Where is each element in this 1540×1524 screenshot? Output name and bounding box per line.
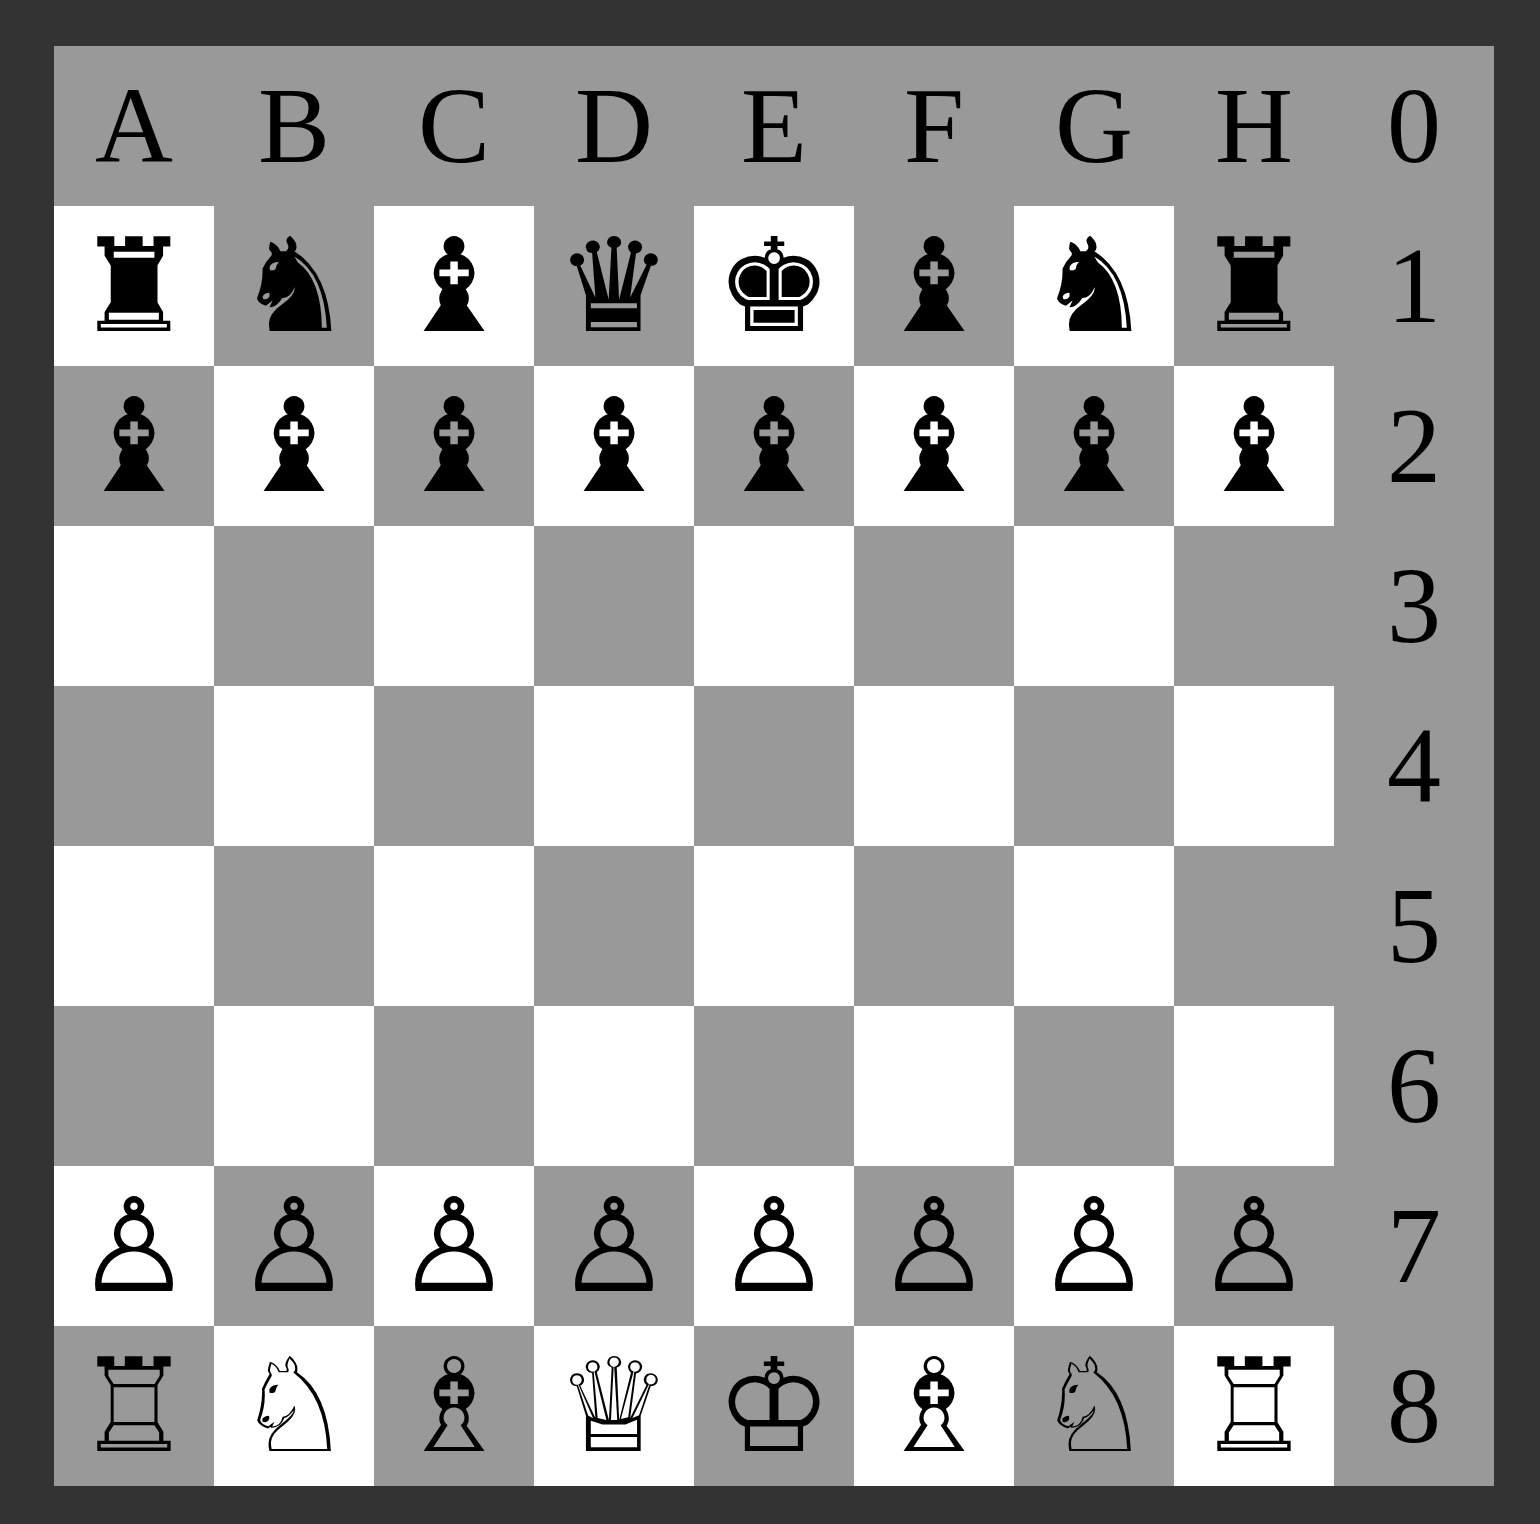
- square-e2[interactable]: ♝: [694, 366, 854, 526]
- square-f1[interactable]: ♝: [854, 206, 1014, 366]
- square-a7[interactable]: ♙: [54, 1166, 214, 1326]
- piece-black-bishop[interactable]: ♝: [716, 366, 833, 526]
- square-a3[interactable]: [54, 526, 214, 686]
- row-label-5: 5: [1334, 846, 1494, 1006]
- square-d5[interactable]: [534, 846, 694, 1006]
- square-h8[interactable]: ♖: [1174, 1326, 1334, 1486]
- piece-black-knight[interactable]: ♞: [236, 206, 353, 366]
- piece-white-knight[interactable]: ♘: [236, 1326, 353, 1486]
- square-h6[interactable]: [1174, 1006, 1334, 1166]
- square-e4[interactable]: [694, 686, 854, 846]
- square-h3[interactable]: [1174, 526, 1334, 686]
- row-label-2: 2: [1334, 366, 1494, 526]
- square-g8[interactable]: ♘: [1014, 1326, 1174, 1486]
- square-a5[interactable]: [54, 846, 214, 1006]
- piece-white-pawn[interactable]: ♙: [1196, 1166, 1313, 1326]
- square-b2[interactable]: ♝: [214, 366, 374, 526]
- piece-black-bishop[interactable]: ♝: [556, 366, 673, 526]
- piece-black-knight[interactable]: ♞: [1036, 206, 1153, 366]
- square-h4[interactable]: [1174, 686, 1334, 846]
- piece-white-pawn[interactable]: ♙: [556, 1166, 673, 1326]
- column-label-e: E: [694, 46, 854, 206]
- square-g7[interactable]: ♙: [1014, 1166, 1174, 1326]
- square-a4[interactable]: [54, 686, 214, 846]
- square-d6[interactable]: [534, 1006, 694, 1166]
- row-label-6: 6: [1334, 1006, 1494, 1166]
- square-g2[interactable]: ♝: [1014, 366, 1174, 526]
- row-label-7-text: 7: [1387, 1192, 1441, 1300]
- piece-black-bishop[interactable]: ♝: [876, 206, 993, 366]
- square-b3[interactable]: [214, 526, 374, 686]
- square-c5[interactable]: [374, 846, 534, 1006]
- row-label-8-text: 8: [1387, 1352, 1441, 1460]
- row-label-6-text: 6: [1387, 1032, 1441, 1140]
- column-label-c-text: C: [418, 72, 490, 180]
- row-label-1-text: 1: [1387, 232, 1441, 340]
- square-a6[interactable]: [54, 1006, 214, 1166]
- row-label-1: 1: [1334, 206, 1494, 366]
- square-f6[interactable]: [854, 1006, 1014, 1166]
- square-e3[interactable]: [694, 526, 854, 686]
- square-c8[interactable]: ♗: [374, 1326, 534, 1486]
- square-f2[interactable]: ♝: [854, 366, 1014, 526]
- square-f7[interactable]: ♙: [854, 1166, 1014, 1326]
- square-g4[interactable]: [1014, 686, 1174, 846]
- square-f3[interactable]: [854, 526, 1014, 686]
- square-c3[interactable]: [374, 526, 534, 686]
- square-b5[interactable]: [214, 846, 374, 1006]
- square-b4[interactable]: [214, 686, 374, 846]
- row-label-5-text: 5: [1387, 872, 1441, 980]
- square-h7[interactable]: ♙: [1174, 1166, 1334, 1326]
- square-f4[interactable]: [854, 686, 1014, 846]
- piece-black-bishop[interactable]: ♝: [1036, 366, 1153, 526]
- column-label-h: H: [1174, 46, 1334, 206]
- column-label-g: G: [1014, 46, 1174, 206]
- piece-black-bishop[interactable]: ♝: [1196, 366, 1313, 526]
- piece-white-bishop[interactable]: ♗: [876, 1326, 993, 1486]
- square-b1[interactable]: ♞: [214, 206, 374, 366]
- square-c7[interactable]: ♙: [374, 1166, 534, 1326]
- row-label-8: 8: [1334, 1326, 1494, 1486]
- piece-white-king[interactable]: ♔: [716, 1326, 833, 1486]
- square-e6[interactable]: [694, 1006, 854, 1166]
- square-b7[interactable]: ♙: [214, 1166, 374, 1326]
- piece-black-rook[interactable]: ♜: [76, 206, 193, 366]
- chess-board: ABCDEFGH0♜♞♝♛♚♝♞♜1♝♝♝♝♝♝♝♝23456♙♙♙♙♙♙♙♙7…: [54, 46, 1494, 1486]
- row-label-4: 4: [1334, 686, 1494, 846]
- column-label-a: A: [54, 46, 214, 206]
- square-c2[interactable]: ♝: [374, 366, 534, 526]
- square-e5[interactable]: [694, 846, 854, 1006]
- square-c6[interactable]: [374, 1006, 534, 1166]
- column-label-d: D: [534, 46, 694, 206]
- square-e7[interactable]: ♙: [694, 1166, 854, 1326]
- piece-white-rook[interactable]: ♖: [76, 1326, 193, 1486]
- square-d2[interactable]: ♝: [534, 366, 694, 526]
- piece-white-bishop[interactable]: ♗: [396, 1326, 513, 1486]
- column-label-f: F: [854, 46, 1014, 206]
- square-h1[interactable]: ♜: [1174, 206, 1334, 366]
- piece-black-bishop[interactable]: ♝: [396, 366, 513, 526]
- piece-black-bishop[interactable]: ♝: [396, 206, 513, 366]
- piece-black-king[interactable]: ♚: [716, 206, 833, 366]
- square-d3[interactable]: [534, 526, 694, 686]
- square-b6[interactable]: [214, 1006, 374, 1166]
- row-label-4-text: 4: [1387, 712, 1441, 820]
- piece-black-bishop[interactable]: ♝: [76, 366, 193, 526]
- board-frame: ABCDEFGH0♜♞♝♛♚♝♞♜1♝♝♝♝♝♝♝♝23456♙♙♙♙♙♙♙♙7…: [0, 0, 1540, 1524]
- piece-white-pawn[interactable]: ♙: [396, 1166, 513, 1326]
- square-g6[interactable]: [1014, 1006, 1174, 1166]
- corner-label: 0: [1334, 46, 1494, 206]
- piece-black-bishop[interactable]: ♝: [876, 366, 993, 526]
- row-label-2-text: 2: [1387, 392, 1441, 500]
- column-label-c: C: [374, 46, 534, 206]
- column-label-f-text: F: [904, 72, 964, 180]
- square-h5[interactable]: [1174, 846, 1334, 1006]
- square-g1[interactable]: ♞: [1014, 206, 1174, 366]
- piece-black-queen[interactable]: ♛: [556, 206, 673, 366]
- square-c4[interactable]: [374, 686, 534, 846]
- square-d7[interactable]: ♙: [534, 1166, 694, 1326]
- square-a8[interactable]: ♖: [54, 1326, 214, 1486]
- square-h2[interactable]: ♝: [1174, 366, 1334, 526]
- column-label-b-text: B: [258, 72, 330, 180]
- corner-label-text: 0: [1387, 72, 1441, 180]
- column-label-h-text: H: [1215, 72, 1293, 180]
- square-f8[interactable]: ♗: [854, 1326, 1014, 1486]
- column-label-d-text: D: [575, 72, 653, 180]
- row-label-7: 7: [1334, 1166, 1494, 1326]
- square-a2[interactable]: ♝: [54, 366, 214, 526]
- piece-white-pawn[interactable]: ♙: [236, 1166, 353, 1326]
- square-d1[interactable]: ♛: [534, 206, 694, 366]
- square-e8[interactable]: ♔: [694, 1326, 854, 1486]
- square-d8[interactable]: ♕: [534, 1326, 694, 1486]
- square-c1[interactable]: ♝: [374, 206, 534, 366]
- piece-white-pawn[interactable]: ♙: [1036, 1166, 1153, 1326]
- piece-white-queen[interactable]: ♕: [556, 1326, 673, 1486]
- piece-white-knight[interactable]: ♘: [1036, 1326, 1153, 1486]
- row-label-3: 3: [1334, 526, 1494, 686]
- piece-white-pawn[interactable]: ♙: [76, 1166, 193, 1326]
- square-a1[interactable]: ♜: [54, 206, 214, 366]
- square-b8[interactable]: ♘: [214, 1326, 374, 1486]
- square-e1[interactable]: ♚: [694, 206, 854, 366]
- square-g5[interactable]: [1014, 846, 1174, 1006]
- piece-white-pawn[interactable]: ♙: [716, 1166, 833, 1326]
- column-label-e-text: E: [741, 72, 807, 180]
- column-label-a-text: A: [95, 72, 173, 180]
- piece-white-rook[interactable]: ♖: [1196, 1326, 1313, 1486]
- row-label-3-text: 3: [1387, 552, 1441, 660]
- column-label-g-text: G: [1055, 72, 1133, 180]
- piece-white-pawn[interactable]: ♙: [876, 1166, 993, 1326]
- square-d4[interactable]: [534, 686, 694, 846]
- column-label-b: B: [214, 46, 374, 206]
- square-g3[interactable]: [1014, 526, 1174, 686]
- piece-black-rook[interactable]: ♜: [1196, 206, 1313, 366]
- piece-black-bishop[interactable]: ♝: [236, 366, 353, 526]
- square-f5[interactable]: [854, 846, 1014, 1006]
